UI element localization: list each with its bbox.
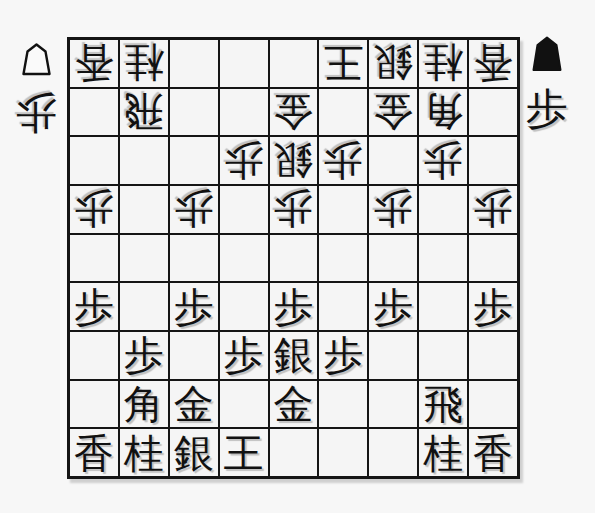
gote-piece-7d: 歩	[174, 189, 214, 229]
sente-piece-8i: 桂	[124, 433, 164, 473]
black-shogi-piece-icon	[531, 36, 563, 72]
sente-piece-5f: 歩	[273, 287, 313, 327]
square-3g[interactable]	[369, 332, 417, 379]
square-6i[interactable]: 王	[220, 429, 268, 476]
square-3a[interactable]: 銀	[369, 40, 417, 87]
gote-piece-8a: 桂	[124, 43, 164, 83]
square-3f[interactable]: 歩	[369, 283, 417, 330]
square-5d[interactable]: 歩	[270, 186, 318, 233]
gote-piece-1a: 香	[473, 43, 513, 83]
square-1i[interactable]: 香	[469, 429, 517, 476]
square-5i[interactable]	[270, 429, 318, 476]
square-3e[interactable]	[369, 235, 417, 282]
square-7g[interactable]	[170, 332, 218, 379]
white-hand-tray: 歩	[13, 43, 59, 134]
gote-piece-3b: 金	[373, 92, 413, 132]
sente-piece-6g: 歩	[224, 335, 264, 375]
gote-piece-5d: 歩	[273, 189, 313, 229]
square-6d[interactable]	[220, 186, 268, 233]
square-2f[interactable]	[419, 283, 467, 330]
square-2a[interactable]: 桂	[419, 40, 467, 87]
square-1a[interactable]: 香	[469, 40, 517, 87]
square-9c[interactable]	[70, 137, 118, 184]
square-7b[interactable]	[170, 89, 218, 136]
square-3h[interactable]	[369, 381, 417, 428]
square-9a[interactable]: 香	[70, 40, 118, 87]
square-6a[interactable]	[220, 40, 268, 87]
square-9b[interactable]	[70, 89, 118, 136]
square-2h[interactable]: 飛	[419, 381, 467, 428]
square-9f[interactable]: 歩	[70, 283, 118, 330]
square-4e[interactable]	[319, 235, 367, 282]
square-2g[interactable]	[419, 332, 467, 379]
sente-piece-6i: 王	[224, 433, 264, 473]
sente-piece-8h: 角	[124, 384, 164, 424]
sente-piece-3f: 歩	[373, 287, 413, 327]
sente-piece-1f: 歩	[473, 287, 513, 327]
square-7d[interactable]: 歩	[170, 186, 218, 233]
square-9h[interactable]	[70, 381, 118, 428]
gote-piece-8b: 飛	[124, 92, 164, 132]
square-2i[interactable]: 桂	[419, 429, 467, 476]
square-8c[interactable]	[120, 137, 168, 184]
gote-piece-4c: 歩	[323, 141, 363, 181]
square-4f[interactable]	[319, 283, 367, 330]
gote-piece-3d: 歩	[373, 189, 413, 229]
gote-piece-5c: 銀	[273, 141, 313, 181]
square-5b[interactable]: 金	[270, 89, 318, 136]
square-5a[interactable]	[270, 40, 318, 87]
sente-piece-7i: 銀	[174, 433, 214, 473]
square-8g[interactable]: 歩	[120, 332, 168, 379]
sente-piece-7f: 歩	[174, 287, 214, 327]
square-8a[interactable]: 桂	[120, 40, 168, 87]
gote-piece-3a: 銀	[373, 43, 413, 83]
square-5e[interactable]	[270, 235, 318, 282]
square-8i[interactable]: 桂	[120, 429, 168, 476]
square-3b[interactable]: 金	[369, 89, 417, 136]
square-1f[interactable]: 歩	[469, 283, 517, 330]
sente-piece-7h: 金	[174, 384, 214, 424]
square-1d[interactable]: 歩	[469, 186, 517, 233]
square-6h[interactable]	[220, 381, 268, 428]
square-5h[interactable]: 金	[270, 381, 318, 428]
square-9d[interactable]: 歩	[70, 186, 118, 233]
sente-piece-9i: 香	[74, 433, 114, 473]
shogi-board: 香桂王銀桂香飛金金角歩銀歩歩歩歩歩歩歩歩歩歩歩歩歩歩銀歩角金金飛香桂銀王桂香	[67, 37, 520, 479]
black-hand-piece[interactable]: 歩	[526, 88, 568, 130]
square-3i[interactable]	[369, 429, 417, 476]
sente-piece-4g: 歩	[323, 335, 363, 375]
square-5c[interactable]: 銀	[270, 137, 318, 184]
square-7h[interactable]: 金	[170, 381, 218, 428]
square-2e[interactable]	[419, 235, 467, 282]
square-7e[interactable]	[170, 235, 218, 282]
white-hand-piece[interactable]: 歩	[15, 92, 57, 134]
sente-piece-9f: 歩	[74, 287, 114, 327]
square-2d[interactable]	[419, 186, 467, 233]
square-4a[interactable]: 王	[319, 40, 367, 87]
square-4g[interactable]: 歩	[319, 332, 367, 379]
square-4c[interactable]: 歩	[319, 137, 367, 184]
square-7f[interactable]: 歩	[170, 283, 218, 330]
square-6f[interactable]	[220, 283, 268, 330]
gote-piece-1d: 歩	[473, 189, 513, 229]
gote-piece-9a: 香	[74, 43, 114, 83]
shogi-diagram: 歩 香桂王銀桂香飛金金角歩銀歩歩歩歩歩歩歩歩歩歩歩歩歩歩銀歩角金金飛香桂銀王桂香…	[0, 0, 595, 513]
sente-piece-2h: 飛	[423, 384, 463, 424]
sente-piece-5h: 金	[273, 384, 313, 424]
sente-piece-1i: 香	[473, 433, 513, 473]
square-1c[interactable]	[469, 137, 517, 184]
gote-piece-2a: 桂	[423, 43, 463, 83]
gote-piece-2b: 角	[423, 92, 463, 132]
square-2b[interactable]: 角	[419, 89, 467, 136]
square-3c[interactable]	[369, 137, 417, 184]
square-9e[interactable]	[70, 235, 118, 282]
square-4i[interactable]	[319, 429, 367, 476]
square-7i[interactable]: 銀	[170, 429, 218, 476]
square-4d[interactable]	[319, 186, 367, 233]
square-1b[interactable]	[469, 89, 517, 136]
square-6e[interactable]	[220, 235, 268, 282]
square-6g[interactable]: 歩	[220, 332, 268, 379]
sente-piece-2i: 桂	[423, 433, 463, 473]
gote-piece-6c: 歩	[224, 141, 264, 181]
square-8e[interactable]	[120, 235, 168, 282]
gote-piece-9d: 歩	[74, 189, 114, 229]
square-4h[interactable]	[319, 381, 367, 428]
square-9g[interactable]	[70, 332, 118, 379]
gote-piece-5b: 金	[273, 92, 313, 132]
square-2c[interactable]: 歩	[419, 137, 467, 184]
square-5g[interactable]: 銀	[270, 332, 318, 379]
square-1g[interactable]	[469, 332, 517, 379]
square-8h[interactable]: 角	[120, 381, 168, 428]
square-1e[interactable]	[469, 235, 517, 282]
square-5f[interactable]: 歩	[270, 283, 318, 330]
square-6b[interactable]	[220, 89, 268, 136]
square-8b[interactable]: 飛	[120, 89, 168, 136]
sente-piece-8g: 歩	[124, 335, 164, 375]
square-7c[interactable]	[170, 137, 218, 184]
square-1h[interactable]	[469, 381, 517, 428]
gote-piece-2c: 歩	[423, 141, 463, 181]
square-9i[interactable]: 香	[70, 429, 118, 476]
square-7a[interactable]	[170, 40, 218, 87]
sente-piece-5g: 銀	[273, 335, 313, 375]
square-4b[interactable]	[319, 89, 367, 136]
white-shogi-piece-icon	[21, 43, 52, 76]
black-hand-tray: 歩	[524, 36, 570, 130]
square-3d[interactable]: 歩	[369, 186, 417, 233]
square-8d[interactable]	[120, 186, 168, 233]
square-8f[interactable]	[120, 283, 168, 330]
square-6c[interactable]: 歩	[220, 137, 268, 184]
gote-piece-4a: 王	[323, 43, 363, 83]
